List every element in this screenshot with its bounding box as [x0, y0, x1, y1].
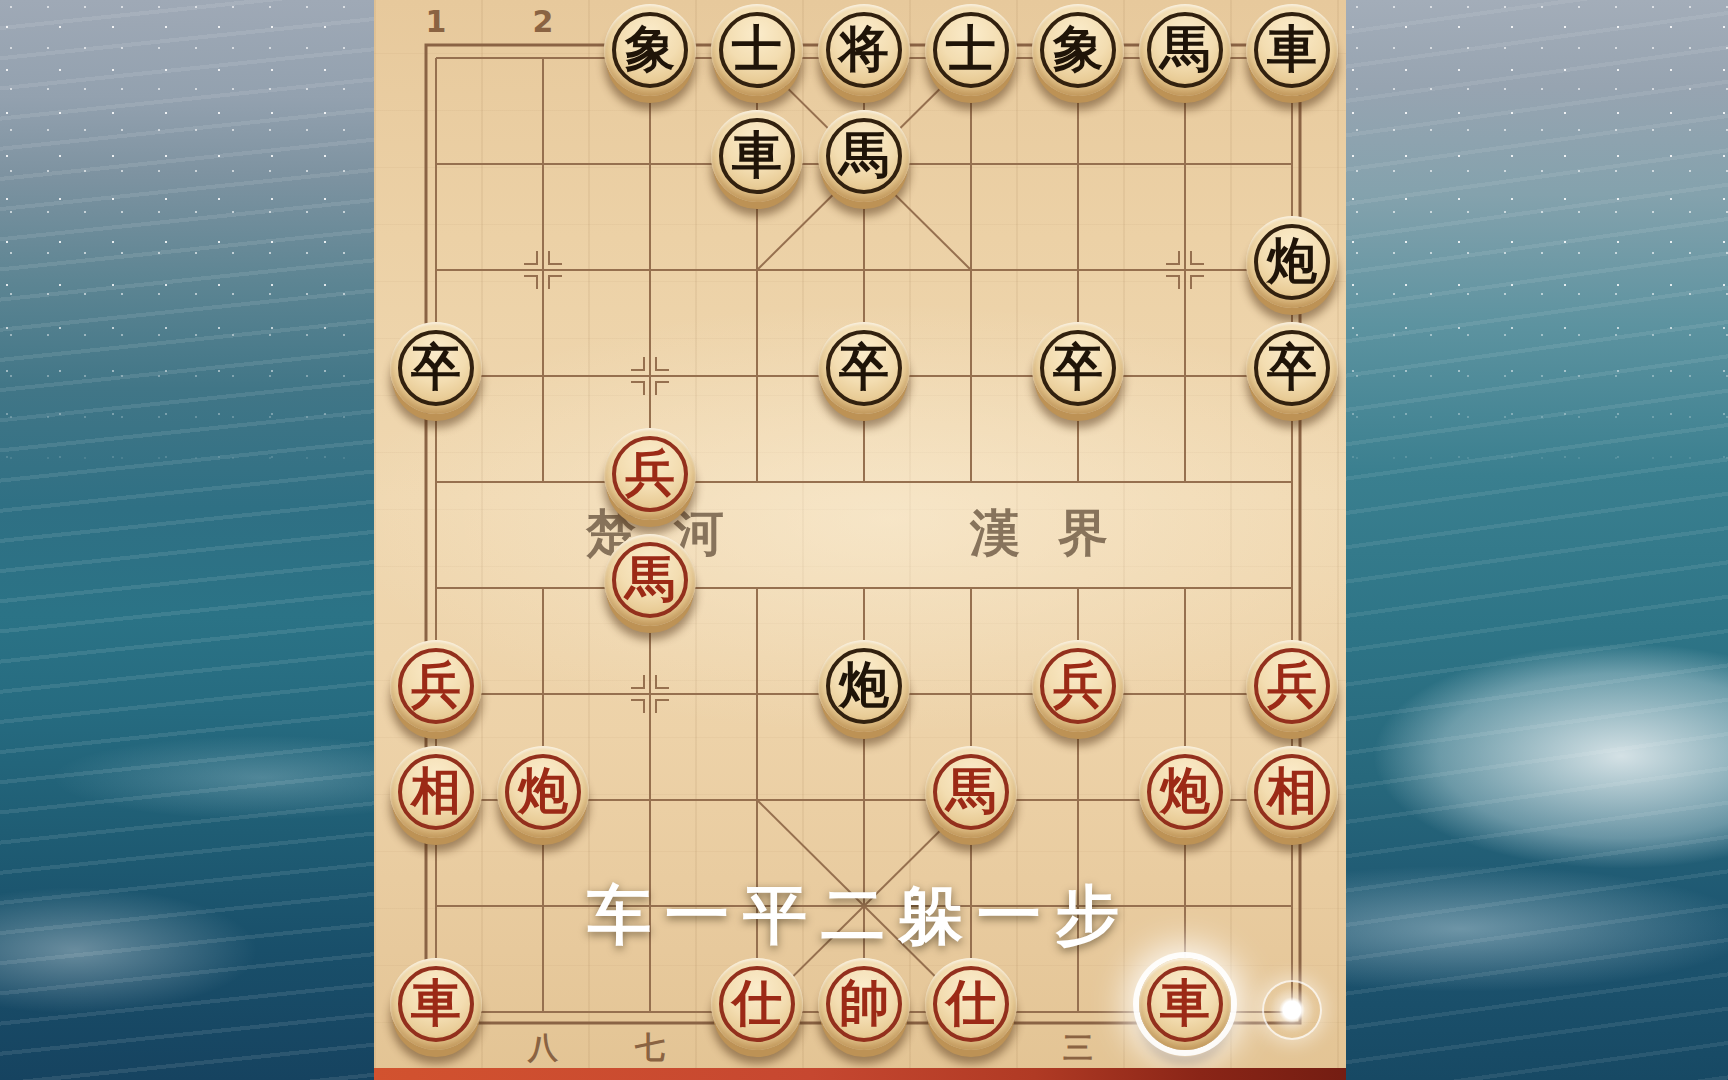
black-chariot-glyph: 車	[711, 110, 803, 202]
piece-black-chariot[interactable]: 車	[1246, 4, 1338, 96]
red-soldier-glyph: 兵	[390, 640, 482, 732]
red-soldier-glyph: 兵	[1246, 640, 1338, 732]
piece-black-soldier[interactable]: 卒	[1032, 322, 1124, 414]
red-cannon-glyph: 炮	[497, 746, 589, 838]
black-advisor-glyph: 士	[925, 4, 1017, 96]
red-chariot-glyph: 車	[390, 958, 482, 1050]
piece-black-soldier[interactable]: 卒	[390, 322, 482, 414]
black-soldier-glyph: 卒	[1246, 322, 1338, 414]
red-soldier-glyph: 兵	[1032, 640, 1124, 732]
black-soldier-glyph: 卒	[1032, 322, 1124, 414]
piece-red-elephant[interactable]: 相	[390, 746, 482, 838]
file-label-bottom: 三	[1063, 1030, 1093, 1065]
red-elephant-glyph: 相	[1246, 746, 1338, 838]
sea-painting-left	[0, 0, 375, 1080]
black-soldier-glyph: 卒	[390, 322, 482, 414]
black-elephant-glyph: 象	[604, 4, 696, 96]
red-horse-glyph: 馬	[925, 746, 1017, 838]
move-origin-dot	[1262, 980, 1322, 1040]
piece-black-elephant[interactable]: 象	[604, 4, 696, 96]
xiangqi-board[interactable]: 12八七三 楚河 漢界 象士将士象馬車車馬炮卒卒卒卒兵馬炮兵兵兵相炮馬炮相車仕帥…	[374, 0, 1346, 1080]
black-chariot-glyph: 車	[1246, 4, 1338, 96]
red-general-glyph: 帥	[818, 958, 910, 1050]
piece-black-general[interactable]: 将	[818, 4, 910, 96]
piece-red-elephant[interactable]: 相	[1246, 746, 1338, 838]
black-elephant-glyph: 象	[1032, 4, 1124, 96]
red-cannon-glyph: 炮	[1139, 746, 1231, 838]
file-label-bottom: 八	[527, 1030, 559, 1065]
piece-red-chariot[interactable]: 車	[390, 958, 482, 1050]
move-caption: 车一平二躲一步	[374, 872, 1346, 959]
red-advisor-glyph: 仕	[925, 958, 1017, 1050]
piece-red-advisor[interactable]: 仕	[925, 958, 1017, 1050]
piece-red-soldier[interactable]: 兵	[1246, 640, 1338, 732]
sea-painting-right	[1346, 0, 1728, 1080]
black-cannon-glyph: 炮	[818, 640, 910, 732]
red-soldier-glyph: 兵	[604, 428, 696, 520]
piece-black-advisor[interactable]: 士	[925, 4, 1017, 96]
piece-black-horse[interactable]: 馬	[1139, 4, 1231, 96]
piece-black-chariot[interactable]: 車	[711, 110, 803, 202]
red-chariot-glyph: 車	[1139, 958, 1231, 1050]
file-label-bottom: 七	[634, 1030, 665, 1065]
piece-red-horse[interactable]: 馬	[925, 746, 1017, 838]
piece-red-soldier[interactable]: 兵	[390, 640, 482, 732]
piece-red-cannon[interactable]: 炮	[1139, 746, 1231, 838]
black-cannon-glyph: 炮	[1246, 216, 1338, 308]
red-advisor-glyph: 仕	[711, 958, 803, 1050]
piece-black-soldier[interactable]: 卒	[1246, 322, 1338, 414]
piece-red-general[interactable]: 帥	[818, 958, 910, 1050]
river-label-han-jie: 漢界	[970, 500, 1146, 567]
piece-black-advisor[interactable]: 士	[711, 4, 803, 96]
piece-red-cannon[interactable]: 炮	[497, 746, 589, 838]
screenshot-stage: 12八七三 楚河 漢界 象士将士象馬車車馬炮卒卒卒卒兵馬炮兵兵兵相炮馬炮相車仕帥…	[0, 0, 1728, 1080]
red-elephant-glyph: 相	[390, 746, 482, 838]
black-general-glyph: 将	[818, 4, 910, 96]
piece-red-soldier[interactable]: 兵	[604, 428, 696, 520]
file-label-top: 2	[533, 4, 554, 39]
black-horse-glyph: 馬	[1139, 4, 1231, 96]
black-soldier-glyph: 卒	[818, 322, 910, 414]
piece-black-elephant[interactable]: 象	[1032, 4, 1124, 96]
piece-black-horse[interactable]: 馬	[818, 110, 910, 202]
black-horse-glyph: 馬	[818, 110, 910, 202]
piece-black-cannon[interactable]: 炮	[818, 640, 910, 732]
piece-red-soldier[interactable]: 兵	[1032, 640, 1124, 732]
black-advisor-glyph: 士	[711, 4, 803, 96]
piece-red-horse[interactable]: 馬	[604, 534, 696, 626]
bottom-banner-strip	[374, 1068, 1346, 1080]
piece-red-advisor[interactable]: 仕	[711, 958, 803, 1050]
file-label-top: 1	[426, 4, 447, 39]
piece-black-cannon[interactable]: 炮	[1246, 216, 1338, 308]
piece-red-chariot[interactable]: 車	[1139, 958, 1231, 1050]
piece-black-soldier[interactable]: 卒	[818, 322, 910, 414]
red-horse-glyph: 馬	[604, 534, 696, 626]
